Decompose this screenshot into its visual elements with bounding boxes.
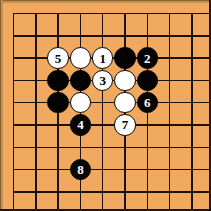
- move-number: 6: [144, 96, 151, 109]
- move-number: 1: [99, 52, 106, 65]
- white-stone-1: 1: [92, 47, 113, 68]
- black-stone: [70, 70, 91, 91]
- black-stone-4: 4: [70, 114, 91, 135]
- move-number: 3: [99, 74, 106, 87]
- grid-line-vertical: [102, 13, 104, 211]
- grid-line-vertical: [35, 13, 37, 211]
- black-stone: [47, 92, 68, 113]
- black-stone-8: 8: [70, 159, 91, 180]
- black-stone-2: 2: [137, 47, 158, 68]
- white-stone-5: 5: [47, 47, 68, 68]
- black-stone-6: 6: [137, 92, 158, 113]
- white-stone-3: 3: [92, 70, 113, 91]
- diagram-cut-edge-bottom: [0, 209, 211, 211]
- grid-line-horizontal: [13, 13, 211, 15]
- board-edge-top: [0, 0, 211, 3]
- black-stone: [47, 70, 68, 91]
- grid-line-vertical: [13, 13, 15, 211]
- grid-line-horizontal: [13, 35, 211, 37]
- move-number: 7: [122, 118, 129, 131]
- diagram-cut-edge-right: [209, 0, 211, 211]
- move-number: 8: [77, 163, 84, 176]
- white-stone: [114, 92, 135, 113]
- black-stone: [137, 70, 158, 91]
- move-number: 2: [144, 52, 151, 65]
- grid-line-vertical: [191, 13, 193, 211]
- go-diagram: 51236478: [0, 0, 211, 211]
- white-stone: [114, 70, 135, 91]
- white-stone: [70, 92, 91, 113]
- move-number: 4: [77, 118, 84, 131]
- move-number: 5: [55, 52, 62, 65]
- grid-line-horizontal: [13, 124, 211, 126]
- black-stone: [114, 47, 135, 68]
- grid-line-horizontal: [13, 147, 211, 149]
- white-stone-7: 7: [114, 114, 135, 135]
- board-edge-left: [0, 0, 3, 211]
- white-stone: [70, 47, 91, 68]
- grid-line-horizontal: [13, 169, 211, 171]
- grid-line-vertical: [169, 13, 171, 211]
- grid-line-horizontal: [13, 191, 211, 193]
- grid-line-horizontal: [13, 102, 211, 104]
